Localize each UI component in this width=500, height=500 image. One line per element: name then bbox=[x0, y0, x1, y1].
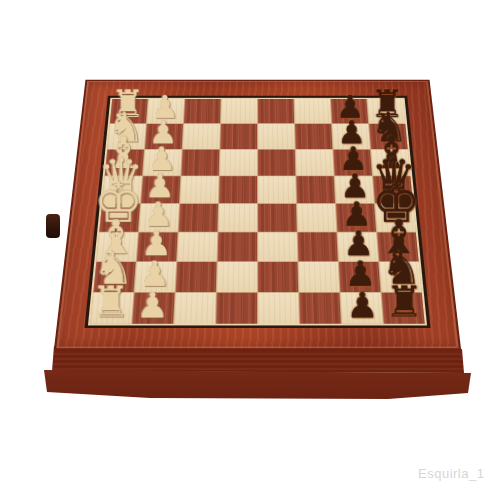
board-square: ♚ bbox=[375, 204, 416, 232]
chess-piece-white-bishop: ♝ bbox=[95, 214, 137, 261]
board-square: ♟ bbox=[333, 150, 372, 176]
board-square bbox=[184, 99, 221, 123]
chess-piece-white-knight: ♞ bbox=[93, 246, 134, 291]
board-square bbox=[258, 99, 294, 123]
board-square: ♝ bbox=[377, 232, 419, 261]
board-square bbox=[220, 124, 257, 149]
board-square bbox=[179, 204, 218, 232]
board-square bbox=[296, 150, 334, 176]
chess-piece-black-knight: ♞ bbox=[381, 246, 422, 291]
board-square bbox=[183, 124, 220, 149]
chess-piece-black-pawn: ♟ bbox=[346, 287, 378, 322]
board-square bbox=[219, 176, 257, 203]
board-square bbox=[258, 293, 299, 324]
board-square bbox=[299, 293, 341, 324]
chess-piece-black-pawn: ♟ bbox=[343, 226, 374, 260]
board-square bbox=[295, 124, 332, 149]
board-square: ♟ bbox=[332, 124, 370, 149]
board-square bbox=[258, 150, 295, 176]
board-square: ♝ bbox=[371, 150, 410, 176]
board-square: ♟ bbox=[143, 150, 182, 176]
chess-piece-white-pawn: ♟ bbox=[151, 91, 179, 122]
board-square: ♟ bbox=[337, 232, 378, 261]
board-square bbox=[298, 232, 338, 261]
board-square: ♝ bbox=[96, 232, 138, 261]
chess-board: ♜♟♟♜♞♟♟♞♝♟♟♝♛♟♟♛♚♟♟♚♝♟♟♝♞♟♟♞♜♟♟♜ bbox=[90, 99, 424, 324]
board-square bbox=[258, 176, 296, 203]
board-square: ♟ bbox=[336, 204, 376, 232]
chess-piece-white-rook: ♜ bbox=[111, 85, 145, 123]
board-square bbox=[174, 293, 216, 324]
board-square: ♟ bbox=[132, 293, 174, 324]
board-inset-border: ♜♟♟♜♞♟♟♞♝♟♟♝♛♟♟♛♚♟♟♚♝♟♟♝♞♟♟♞♜♟♟♜ bbox=[84, 96, 430, 328]
board-square bbox=[216, 293, 257, 324]
board-square: ♜ bbox=[382, 293, 425, 324]
chess-piece-black-pawn: ♟ bbox=[336, 91, 364, 122]
box-side-clasp bbox=[46, 214, 60, 238]
board-square bbox=[258, 124, 295, 149]
board-square: ♟ bbox=[139, 204, 179, 232]
board-square: ♝ bbox=[105, 150, 144, 176]
board-square: ♞ bbox=[369, 124, 408, 149]
board-square bbox=[217, 262, 257, 292]
board-square bbox=[220, 150, 257, 176]
chess-piece-black-king: ♚ bbox=[372, 176, 421, 231]
board-square: ♜ bbox=[110, 99, 148, 123]
board-square bbox=[181, 150, 219, 176]
board-square bbox=[258, 204, 297, 232]
board-square bbox=[258, 232, 297, 261]
board-square: ♟ bbox=[137, 232, 178, 261]
board-square: ♟ bbox=[145, 124, 183, 149]
board-square: ♟ bbox=[340, 293, 382, 324]
chess-piece-black-pawn: ♟ bbox=[342, 197, 372, 231]
board-square bbox=[294, 99, 331, 123]
board-square: ♞ bbox=[93, 262, 135, 292]
product-photo-scene: ♜♟♟♜♞♟♟♞♝♟♟♝♛♟♟♛♚♟♟♚♝♟♟♝♞♟♟♞♜♟♟♜ Esquirl… bbox=[0, 0, 500, 500]
chess-piece-white-rook: ♜ bbox=[92, 280, 131, 323]
board-square bbox=[218, 232, 257, 261]
board-square bbox=[258, 262, 298, 292]
board-square: ♛ bbox=[373, 176, 413, 203]
board-square bbox=[218, 204, 257, 232]
board-square: ♚ bbox=[99, 204, 140, 232]
chess-piece-white-pawn: ♟ bbox=[137, 287, 169, 322]
board-square: ♟ bbox=[147, 99, 184, 123]
board-square bbox=[177, 232, 217, 261]
board-square: ♟ bbox=[331, 99, 368, 123]
chess-piece-white-pawn: ♟ bbox=[145, 169, 175, 202]
board-square: ♟ bbox=[135, 262, 177, 292]
board-square: ♟ bbox=[335, 176, 374, 203]
chess-piece-white-pawn: ♟ bbox=[139, 256, 170, 291]
board-square bbox=[297, 204, 336, 232]
board-square: ♞ bbox=[107, 124, 146, 149]
chess-piece-black-pawn: ♟ bbox=[345, 256, 376, 291]
board-square bbox=[298, 262, 339, 292]
watermark-text: Esquirla_1 bbox=[418, 466, 484, 481]
chess-piece-white-pawn: ♟ bbox=[141, 226, 172, 260]
board-square: ♞ bbox=[379, 262, 421, 292]
chess-piece-black-bishop: ♝ bbox=[378, 214, 420, 261]
chess-piece-black-rook: ♜ bbox=[385, 280, 424, 323]
chess-piece-white-pawn: ♟ bbox=[143, 197, 173, 231]
board-square bbox=[296, 176, 335, 203]
chess-board-box-top: ♜♟♟♜♞♟♟♞♝♟♟♝♛♟♟♛♚♟♟♚♝♟♟♝♞♟♟♞♜♟♟♜ bbox=[54, 80, 461, 350]
board-square: ♜ bbox=[367, 99, 405, 123]
board-square bbox=[180, 176, 219, 203]
board-square: ♟ bbox=[141, 176, 180, 203]
board-square: ♟ bbox=[339, 262, 381, 292]
board-square: ♜ bbox=[90, 293, 133, 324]
chess-piece-black-pawn: ♟ bbox=[340, 169, 370, 202]
chess-piece-black-pawn: ♟ bbox=[339, 142, 368, 174]
board-square: ♛ bbox=[102, 176, 142, 203]
board-square bbox=[176, 262, 217, 292]
chess-piece-white-king: ♚ bbox=[94, 176, 143, 231]
board-square bbox=[221, 99, 257, 123]
chess-piece-black-rook: ♜ bbox=[370, 85, 404, 123]
chess-piece-white-pawn: ♟ bbox=[147, 142, 176, 174]
